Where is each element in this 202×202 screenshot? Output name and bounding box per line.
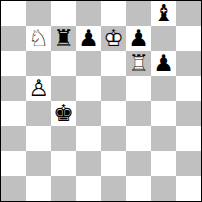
- square-h6[interactable]: [176, 51, 201, 76]
- square-e6[interactable]: [101, 51, 126, 76]
- square-h1[interactable]: [176, 176, 201, 201]
- square-g6[interactable]: ♟: [151, 51, 176, 76]
- square-a5[interactable]: [1, 76, 26, 101]
- square-f2[interactable]: [126, 151, 151, 176]
- square-c7[interactable]: ♜: [51, 26, 76, 51]
- square-g2[interactable]: [151, 151, 176, 176]
- square-f7[interactable]: ♟: [126, 26, 151, 51]
- square-f6[interactable]: ♖: [126, 51, 151, 76]
- square-d5[interactable]: [76, 76, 101, 101]
- square-g8[interactable]: ♝: [151, 1, 176, 26]
- square-g3[interactable]: [151, 126, 176, 151]
- square-d7[interactable]: ♟: [76, 26, 101, 51]
- chess-diagram: ♝♘♜♟♔♟♖♟♙♚: [0, 0, 202, 202]
- piece-black-rook: ♜: [51, 26, 76, 51]
- square-h8[interactable]: [176, 1, 201, 26]
- piece-white-knight: ♘: [26, 26, 51, 51]
- square-c3[interactable]: [51, 126, 76, 151]
- square-g5[interactable]: [151, 76, 176, 101]
- square-b4[interactable]: [26, 101, 51, 126]
- piece-black-pawn: ♟: [126, 26, 151, 51]
- square-c6[interactable]: [51, 51, 76, 76]
- square-c4[interactable]: ♚: [51, 101, 76, 126]
- square-e8[interactable]: [101, 1, 126, 26]
- square-d8[interactable]: [76, 1, 101, 26]
- square-b8[interactable]: [26, 1, 51, 26]
- square-e2[interactable]: [101, 151, 126, 176]
- square-g4[interactable]: [151, 101, 176, 126]
- square-b1[interactable]: [26, 176, 51, 201]
- square-a1[interactable]: [1, 176, 26, 201]
- piece-white-king: ♔: [101, 26, 126, 51]
- square-h4[interactable]: [176, 101, 201, 126]
- square-d2[interactable]: [76, 151, 101, 176]
- chess-board: ♝♘♜♟♔♟♖♟♙♚: [0, 0, 202, 202]
- square-b3[interactable]: [26, 126, 51, 151]
- square-a7[interactable]: [1, 26, 26, 51]
- piece-black-bishop: ♝: [151, 1, 176, 26]
- square-a8[interactable]: [1, 1, 26, 26]
- square-b2[interactable]: [26, 151, 51, 176]
- square-a2[interactable]: [1, 151, 26, 176]
- square-c8[interactable]: [51, 1, 76, 26]
- square-g7[interactable]: [151, 26, 176, 51]
- square-b6[interactable]: [26, 51, 51, 76]
- square-e3[interactable]: [101, 126, 126, 151]
- square-h3[interactable]: [176, 126, 201, 151]
- square-f1[interactable]: [126, 176, 151, 201]
- square-b7[interactable]: ♘: [26, 26, 51, 51]
- square-f8[interactable]: [126, 1, 151, 26]
- piece-black-pawn: ♟: [76, 26, 101, 51]
- piece-black-king: ♚: [51, 101, 76, 126]
- square-f3[interactable]: [126, 126, 151, 151]
- square-e4[interactable]: [101, 101, 126, 126]
- square-d3[interactable]: [76, 126, 101, 151]
- square-d4[interactable]: [76, 101, 101, 126]
- square-e1[interactable]: [101, 176, 126, 201]
- square-b5[interactable]: ♙: [26, 76, 51, 101]
- square-e5[interactable]: [101, 76, 126, 101]
- square-a4[interactable]: [1, 101, 26, 126]
- square-c2[interactable]: [51, 151, 76, 176]
- piece-white-pawn: ♙: [26, 76, 51, 101]
- square-a6[interactable]: [1, 51, 26, 76]
- square-d1[interactable]: [76, 176, 101, 201]
- square-f5[interactable]: [126, 76, 151, 101]
- square-h5[interactable]: [176, 76, 201, 101]
- square-a3[interactable]: [1, 126, 26, 151]
- square-h2[interactable]: [176, 151, 201, 176]
- square-h7[interactable]: [176, 26, 201, 51]
- square-e7[interactable]: ♔: [101, 26, 126, 51]
- piece-white-rook: ♖: [126, 51, 151, 76]
- square-g1[interactable]: [151, 176, 176, 201]
- square-d6[interactable]: [76, 51, 101, 76]
- square-f4[interactable]: [126, 101, 151, 126]
- square-c1[interactable]: [51, 176, 76, 201]
- square-c5[interactable]: [51, 76, 76, 101]
- piece-black-pawn: ♟: [151, 51, 176, 76]
